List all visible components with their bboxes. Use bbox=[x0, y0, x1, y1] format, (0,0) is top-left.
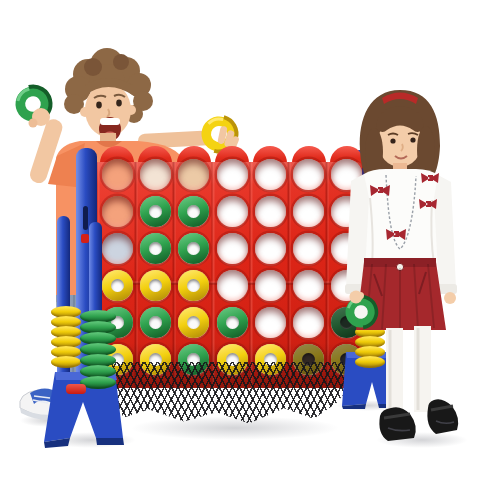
cell-r3c1 bbox=[98, 230, 136, 267]
hole bbox=[255, 307, 286, 338]
hole bbox=[102, 270, 133, 301]
disc-green bbox=[178, 196, 209, 227]
left-rack-green-stack bbox=[80, 312, 116, 389]
hole bbox=[102, 233, 133, 264]
red-release-lever bbox=[66, 384, 86, 394]
cell-r2c6 bbox=[289, 193, 327, 230]
hole bbox=[255, 196, 286, 227]
cell-r5c4 bbox=[213, 304, 251, 341]
disc-green bbox=[140, 307, 171, 338]
hole bbox=[140, 159, 171, 190]
cell-r3c4 bbox=[213, 230, 251, 267]
hole bbox=[293, 307, 324, 338]
cell-r3c3 bbox=[175, 230, 213, 267]
disc-green bbox=[178, 233, 209, 264]
connect-four-board bbox=[94, 146, 362, 388]
cell-r4c5 bbox=[251, 267, 289, 304]
hole bbox=[178, 233, 209, 264]
cell-r4c2 bbox=[136, 267, 174, 304]
girl-right-hand bbox=[444, 292, 456, 304]
hole bbox=[293, 270, 324, 301]
cell-r2c3 bbox=[175, 193, 213, 230]
cell-r1c1 bbox=[98, 156, 136, 193]
cell-r1c4 bbox=[213, 156, 251, 193]
disc-green bbox=[217, 307, 248, 338]
cell-r1c5 bbox=[251, 156, 289, 193]
hole bbox=[140, 270, 171, 301]
cell-r5c2 bbox=[136, 304, 174, 341]
cell-r3c6 bbox=[289, 230, 327, 267]
disc-green bbox=[140, 233, 171, 264]
hole bbox=[255, 270, 286, 301]
product-photo-stage bbox=[0, 0, 500, 500]
cell-r1c3 bbox=[175, 156, 213, 193]
cell-r5c3 bbox=[175, 304, 213, 341]
disc-yellow bbox=[178, 307, 209, 338]
left-rack-yellow-stack bbox=[51, 308, 81, 368]
hole bbox=[255, 159, 286, 190]
cell-r2c4 bbox=[213, 193, 251, 230]
hole bbox=[102, 196, 133, 227]
cell-r2c1 bbox=[98, 193, 136, 230]
board-grid bbox=[98, 156, 366, 378]
hole bbox=[178, 270, 209, 301]
hole bbox=[178, 307, 209, 338]
hole bbox=[140, 196, 171, 227]
post-red-pin bbox=[81, 234, 89, 243]
stored-yellow-ring bbox=[51, 356, 81, 368]
hole bbox=[217, 270, 248, 301]
disc-yellow bbox=[178, 270, 209, 301]
cell-r5c6 bbox=[289, 304, 327, 341]
cell-r1c2 bbox=[136, 156, 174, 193]
hole bbox=[217, 233, 248, 264]
cell-r3c5 bbox=[251, 230, 289, 267]
hole bbox=[293, 233, 324, 264]
cell-r4c1 bbox=[98, 267, 136, 304]
girl bbox=[330, 78, 480, 450]
cell-r4c3 bbox=[175, 267, 213, 304]
hole bbox=[293, 196, 324, 227]
disc-yellow bbox=[102, 270, 133, 301]
hole bbox=[178, 159, 209, 190]
cell-r2c2 bbox=[136, 193, 174, 230]
cell-r3c2 bbox=[136, 230, 174, 267]
cell-r4c4 bbox=[213, 267, 251, 304]
post-slot bbox=[83, 206, 88, 230]
disc-yellow bbox=[140, 270, 171, 301]
hole bbox=[217, 307, 248, 338]
girl-legs bbox=[386, 326, 431, 420]
hole bbox=[140, 233, 171, 264]
cell-r4c6 bbox=[289, 267, 327, 304]
hole bbox=[140, 307, 171, 338]
cell-r1c6 bbox=[289, 156, 327, 193]
cell-r2c5 bbox=[251, 193, 289, 230]
hole bbox=[102, 159, 133, 190]
boy-face bbox=[80, 78, 136, 141]
disc-green bbox=[140, 196, 171, 227]
cell-r5c5 bbox=[251, 304, 289, 341]
hole bbox=[217, 196, 248, 227]
hole bbox=[217, 159, 248, 190]
hole bbox=[293, 159, 324, 190]
hole bbox=[255, 233, 286, 264]
hole bbox=[178, 196, 209, 227]
